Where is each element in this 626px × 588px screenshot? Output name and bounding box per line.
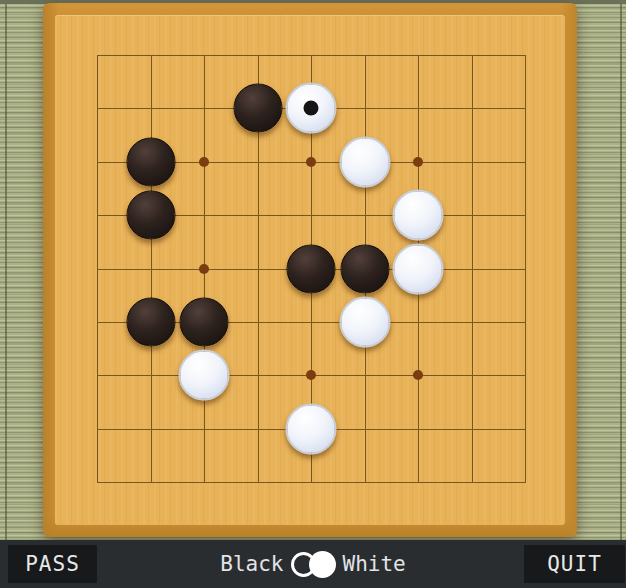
star-point	[413, 157, 423, 167]
last-move-marker	[304, 101, 319, 116]
grid-cell[interactable]	[472, 162, 526, 215]
grid-cell[interactable]	[204, 429, 258, 482]
grid-cell[interactable]	[418, 429, 472, 482]
grid-cell[interactable]	[472, 108, 526, 161]
grid-cell[interactable]	[204, 162, 258, 215]
go-board	[43, 3, 577, 537]
black-stone[interactable]	[340, 244, 389, 293]
tatami-background: PASS Black White QUIT	[0, 0, 626, 588]
white-stone[interactable]	[339, 296, 390, 347]
black-stone[interactable]	[126, 191, 175, 240]
black-stone[interactable]	[287, 244, 336, 293]
turn-toggle-switch[interactable]	[291, 551, 336, 578]
grid-cell[interactable]	[97, 375, 151, 428]
grid-cell[interactable]	[151, 429, 205, 482]
white-stone[interactable]	[393, 243, 444, 294]
grid-cell[interactable]	[418, 55, 472, 108]
grid-cell[interactable]	[472, 55, 526, 108]
black-stone[interactable]	[126, 297, 175, 346]
star-point	[306, 157, 316, 167]
tatami-seam	[620, 0, 622, 588]
white-stone[interactable]	[339, 136, 390, 187]
grid-cell[interactable]	[472, 375, 526, 428]
grid-cell[interactable]	[418, 108, 472, 161]
quit-button[interactable]: QUIT	[524, 545, 625, 583]
board-surface	[55, 15, 565, 525]
grid-cell[interactable]	[472, 215, 526, 268]
grid-cell[interactable]	[151, 55, 205, 108]
board-grid[interactable]	[97, 55, 526, 483]
star-point	[199, 264, 209, 274]
grid-cell[interactable]	[365, 375, 419, 428]
black-stone[interactable]	[126, 137, 175, 186]
star-point	[199, 157, 209, 167]
black-stone[interactable]	[233, 84, 282, 133]
white-label: White	[343, 552, 406, 576]
grid-cell[interactable]	[97, 55, 151, 108]
white-stone-knob-icon	[309, 551, 336, 578]
white-stone[interactable]	[286, 403, 337, 454]
grid-cell[interactable]	[472, 269, 526, 322]
black-stone[interactable]	[180, 297, 229, 346]
grid-cell[interactable]	[472, 322, 526, 375]
grid-cell[interactable]	[365, 429, 419, 482]
grid-cell[interactable]	[258, 322, 312, 375]
bottom-bar: PASS Black White QUIT	[0, 540, 626, 588]
white-stone[interactable]	[286, 83, 337, 134]
grid-cell[interactable]	[97, 429, 151, 482]
grid-cell[interactable]	[472, 429, 526, 482]
grid-cell[interactable]	[258, 162, 312, 215]
grid-cell[interactable]	[204, 215, 258, 268]
star-point	[413, 370, 423, 380]
grid-cell[interactable]	[365, 55, 419, 108]
white-stone[interactable]	[393, 190, 444, 241]
black-label: Black	[220, 552, 283, 576]
white-stone[interactable]	[179, 350, 230, 401]
star-point	[306, 370, 316, 380]
pass-button[interactable]: PASS	[8, 545, 97, 583]
grid-cell[interactable]	[418, 322, 472, 375]
grid-cell[interactable]	[418, 375, 472, 428]
tatami-seam	[5, 0, 7, 588]
